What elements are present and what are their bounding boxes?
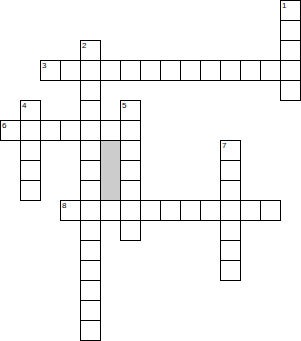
cell-r13c4[interactable] — [80, 260, 101, 281]
cell-r2c4[interactable]: 2 — [80, 40, 101, 61]
cell-r9c1[interactable] — [20, 180, 41, 201]
cell-r9c6[interactable] — [120, 180, 141, 201]
crossword-grid: 12345678 — [0, 0, 301, 341]
clue-number-1: 1 — [282, 1, 286, 10]
clue-number-8: 8 — [62, 201, 66, 210]
cell-r10c4[interactable] — [80, 200, 101, 221]
highlighted-block[interactable] — [100, 140, 121, 201]
cell-r6c5[interactable] — [100, 120, 121, 141]
cell-r3c7[interactable] — [140, 60, 161, 81]
cell-r4c14[interactable] — [280, 80, 301, 101]
cell-r6c1[interactable] — [20, 120, 41, 141]
clue-number-6: 6 — [2, 121, 6, 130]
cell-r4c4[interactable] — [80, 80, 101, 101]
cell-r3c6[interactable] — [120, 60, 141, 81]
cell-r5c6[interactable]: 5 — [120, 100, 141, 121]
cell-r3c10[interactable] — [200, 60, 221, 81]
cell-r3c3[interactable] — [60, 60, 81, 81]
cell-r2c14[interactable] — [280, 40, 301, 61]
cell-r10c8[interactable] — [160, 200, 181, 221]
cell-r13c11[interactable] — [220, 260, 241, 281]
clue-number-2: 2 — [82, 41, 86, 50]
cell-r0c14[interactable]: 1 — [280, 0, 301, 21]
cell-r15c4[interactable] — [80, 300, 101, 321]
cell-r16c4[interactable] — [80, 320, 101, 341]
cell-r7c11[interactable]: 7 — [220, 140, 241, 161]
cell-r12c11[interactable] — [220, 240, 241, 261]
cell-r3c4[interactable] — [80, 60, 101, 81]
cell-r12c4[interactable] — [80, 240, 101, 261]
clue-number-5: 5 — [122, 101, 126, 110]
cell-r11c11[interactable] — [220, 220, 241, 241]
cell-r11c4[interactable] — [80, 220, 101, 241]
cell-r6c2[interactable] — [40, 120, 61, 141]
cell-r8c6[interactable] — [120, 160, 141, 181]
cell-r8c4[interactable] — [80, 160, 101, 181]
cell-r3c11[interactable] — [220, 60, 241, 81]
cell-r10c9[interactable] — [180, 200, 201, 221]
cell-r10c3[interactable]: 8 — [60, 200, 81, 221]
cell-r10c12[interactable] — [240, 200, 261, 221]
cell-r8c1[interactable] — [20, 160, 41, 181]
cell-r6c0[interactable]: 6 — [0, 120, 21, 141]
cell-r6c3[interactable] — [60, 120, 81, 141]
clue-number-4: 4 — [22, 101, 26, 110]
cell-r3c5[interactable] — [100, 60, 121, 81]
cell-r3c9[interactable] — [180, 60, 201, 81]
cell-r8c11[interactable] — [220, 160, 241, 181]
cell-r10c5[interactable] — [100, 200, 121, 221]
cell-r9c4[interactable] — [80, 180, 101, 201]
cell-r3c13[interactable] — [260, 60, 281, 81]
cell-r6c4[interactable] — [80, 120, 101, 141]
cell-r14c4[interactable] — [80, 280, 101, 301]
cell-r10c11[interactable] — [220, 200, 241, 221]
cell-r7c1[interactable] — [20, 140, 41, 161]
cell-r1c14[interactable] — [280, 20, 301, 41]
cell-r5c1[interactable]: 4 — [20, 100, 41, 121]
cell-r6c6[interactable] — [120, 120, 141, 141]
clue-number-3: 3 — [42, 61, 46, 70]
cell-r10c6[interactable] — [120, 200, 141, 221]
cell-r10c10[interactable] — [200, 200, 221, 221]
cell-r5c4[interactable] — [80, 100, 101, 121]
cell-r7c6[interactable] — [120, 140, 141, 161]
cell-r9c11[interactable] — [220, 180, 241, 201]
cell-r3c12[interactable] — [240, 60, 261, 81]
clue-number-7: 7 — [222, 141, 226, 150]
cell-r10c13[interactable] — [260, 200, 281, 221]
cell-r3c8[interactable] — [160, 60, 181, 81]
cell-r7c4[interactable] — [80, 140, 101, 161]
cell-r10c7[interactable] — [140, 200, 161, 221]
cell-r3c2[interactable]: 3 — [40, 60, 61, 81]
cell-r3c14[interactable] — [280, 60, 301, 81]
cell-r11c6[interactable] — [120, 220, 141, 241]
